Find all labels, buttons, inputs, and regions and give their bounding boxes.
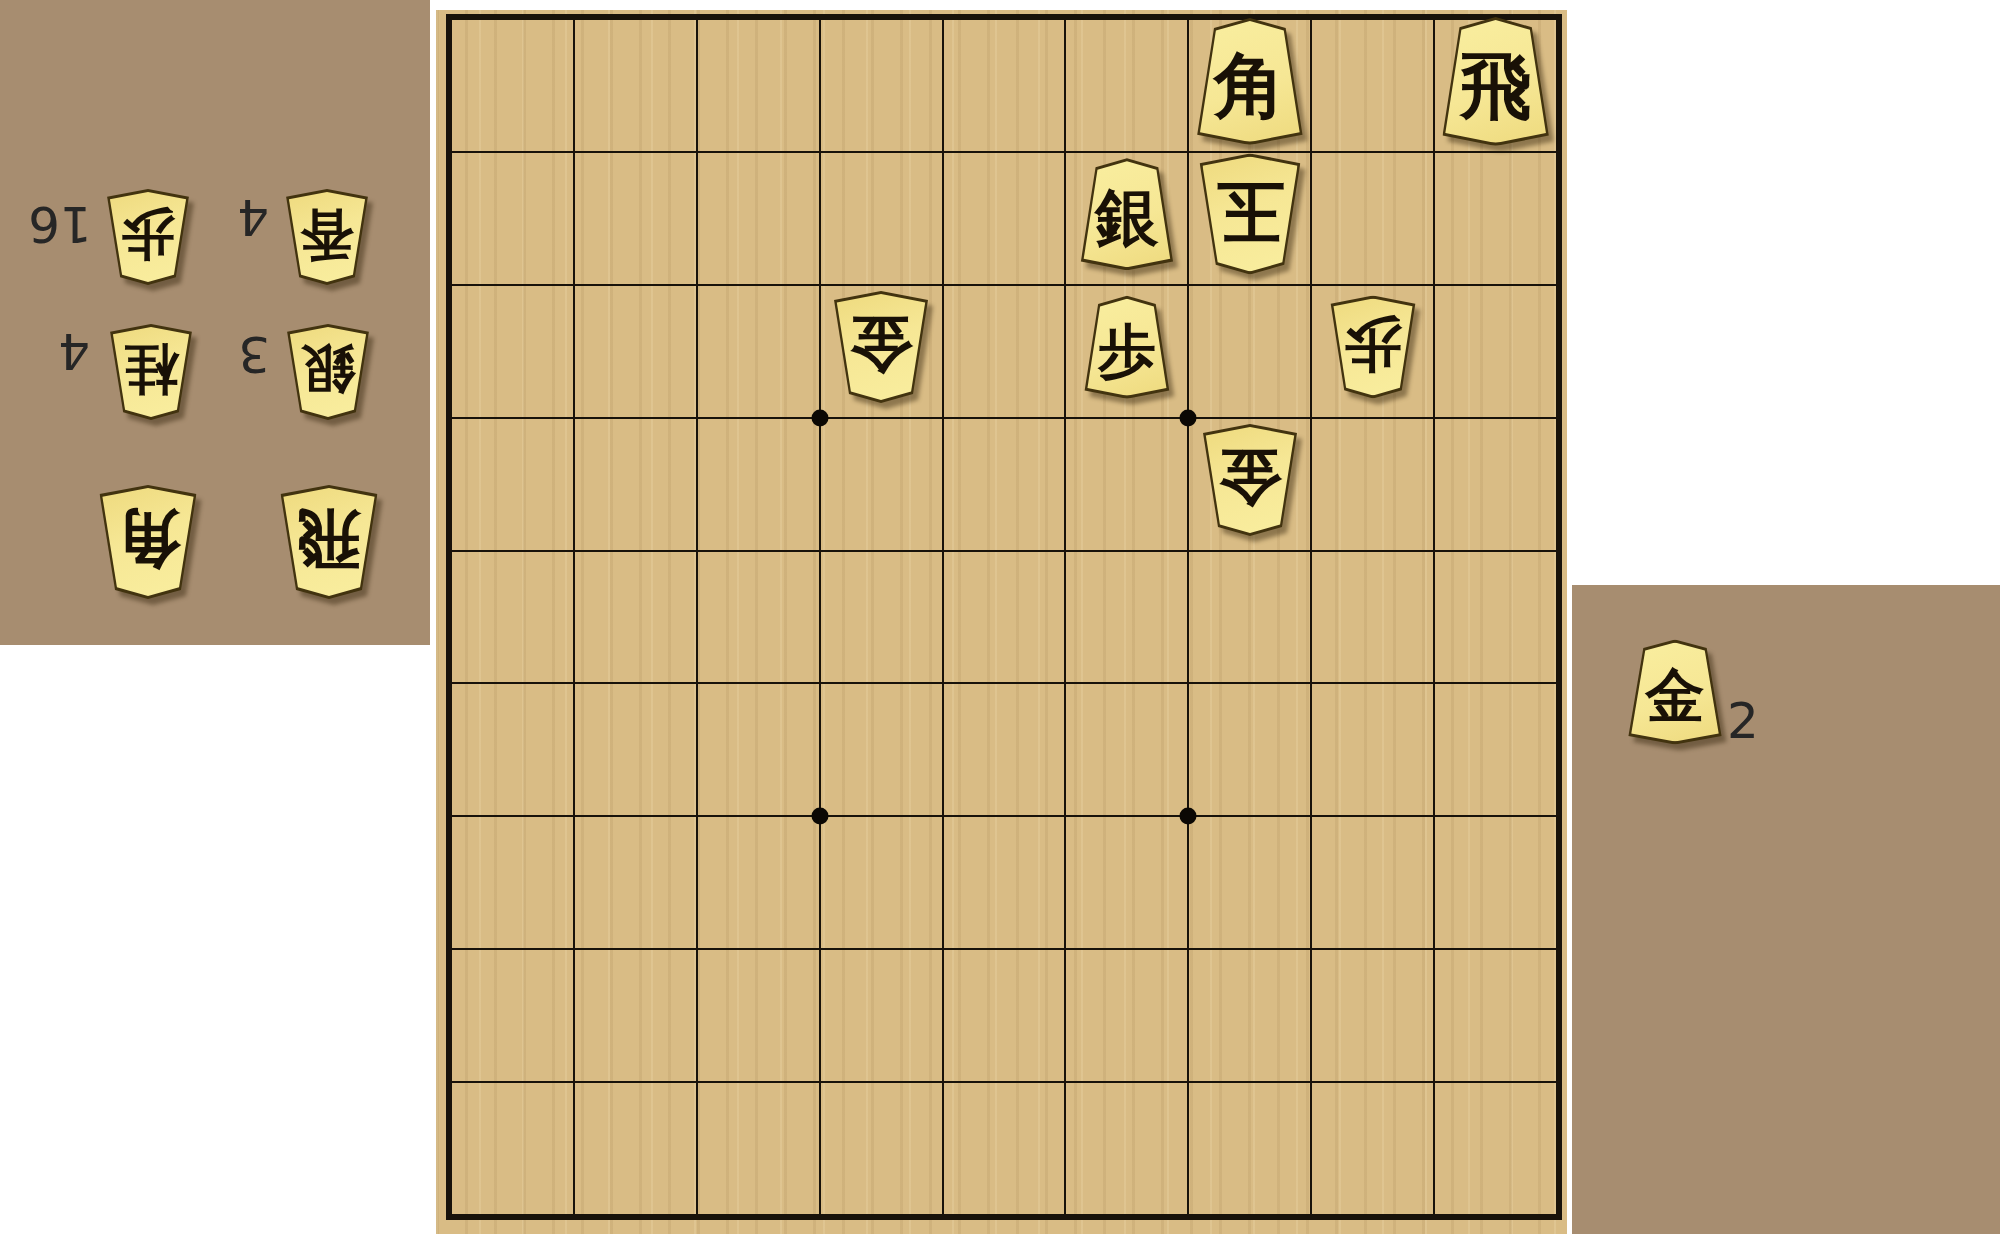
board-cell-24[interactable] [1311, 418, 1434, 551]
board-cell-26[interactable] [1311, 683, 1434, 816]
board-cell-22[interactable] [1311, 152, 1434, 285]
board-cell-39[interactable] [1188, 1082, 1311, 1215]
piece-face: 歩 [108, 192, 189, 282]
board-cell-21[interactable] [1311, 19, 1434, 152]
board-cell-91[interactable] [451, 19, 574, 152]
piece-kanji: 桂 [124, 342, 178, 402]
board-cell-36[interactable] [1188, 683, 1311, 816]
board-cell-33[interactable] [1188, 285, 1311, 418]
piece-hand-gote-lance[interactable]: 香 [284, 189, 371, 285]
piece-pawn-23-gote[interactable]: 歩 [1328, 296, 1418, 399]
piece-body: 金 [831, 291, 931, 403]
piece-gold-63-gote[interactable]: 金 [831, 291, 931, 403]
hoshi-dot [811, 808, 828, 825]
piece-body: 金 [1626, 640, 1725, 745]
hand-count-gote-lance: 4 [237, 192, 269, 242]
piece-body: 香 [284, 189, 371, 285]
piece-face: 角 [100, 488, 197, 596]
board-cell-57[interactable] [943, 816, 1066, 949]
piece-gold-34-gote[interactable]: 金 [1200, 424, 1300, 536]
board-cell-68[interactable] [820, 949, 943, 1082]
piece-kanji: 香 [300, 207, 354, 267]
board-cell-25[interactable] [1311, 551, 1434, 684]
board-cell-77[interactable] [697, 816, 820, 949]
piece-face: 歩 [1085, 299, 1169, 396]
board-cell-29[interactable] [1311, 1082, 1434, 1215]
board-cell-65[interactable] [820, 551, 943, 684]
board-cell-16[interactable] [1434, 683, 1557, 816]
piece-body: 金 [1200, 424, 1300, 536]
piece-kanji: 銀 [1095, 180, 1158, 249]
board-cell-96[interactable] [451, 683, 574, 816]
board-cell-71[interactable] [697, 19, 820, 152]
board-cell-99[interactable] [451, 1082, 574, 1215]
piece-body: 歩 [1328, 296, 1418, 399]
board-cell-54[interactable] [943, 418, 1066, 551]
board-cell-98[interactable] [451, 949, 574, 1082]
board-cell-85[interactable] [574, 551, 697, 684]
board-cell-72[interactable] [697, 152, 820, 285]
board-cell-74[interactable] [697, 418, 820, 551]
piece-hand-gote-knight[interactable]: 桂 [108, 324, 195, 420]
board-cell-67[interactable] [820, 816, 943, 949]
piece-rook-11-sente[interactable]: 飛 [1439, 17, 1552, 146]
piece-kanji: 角 [116, 507, 180, 578]
piece-face: 玉 [1199, 157, 1300, 272]
piece-face: 桂 [111, 327, 192, 417]
piece-kanji: 歩 [121, 207, 175, 267]
piece-kanji: 飛 [1460, 42, 1532, 121]
board-cell-19[interactable] [1434, 1082, 1557, 1215]
piece-kanji: 歩 [1098, 315, 1156, 379]
piece-kanji: 玉 [1216, 177, 1284, 252]
piece-silver-42-sente[interactable]: 銀 [1078, 158, 1176, 270]
piece-body: 銀 [285, 324, 372, 420]
board-cell-52[interactable] [943, 152, 1066, 285]
board-cell-49[interactable] [1065, 1082, 1188, 1215]
piece-hand-gote-rook[interactable]: 飛 [278, 485, 381, 599]
piece-kanji: 角 [1214, 42, 1285, 120]
piece-body: 玉 [1196, 154, 1303, 275]
piece-face: 金 [834, 294, 928, 400]
board-cell-69[interactable] [820, 1082, 943, 1215]
board-cell-79[interactable] [697, 1082, 820, 1215]
hand-count-gote-silver: 3 [238, 329, 270, 379]
board-cell-17[interactable] [1434, 816, 1557, 949]
board-cell-51[interactable] [943, 19, 1066, 152]
board-cell-75[interactable] [697, 551, 820, 684]
piece-body: 飛 [278, 485, 381, 599]
hand-count-gote-knight: 4 [58, 326, 90, 376]
piece-face: 飛 [281, 488, 378, 596]
board-cell-46[interactable] [1065, 683, 1188, 816]
board-cell-61[interactable] [820, 19, 943, 152]
piece-kanji: 銀 [301, 342, 355, 402]
piece-kanji: 金 [1646, 659, 1705, 725]
piece-king-32-gote[interactable]: 玉 [1196, 154, 1303, 275]
piece-body: 歩 [1082, 296, 1172, 399]
board-cell-56[interactable] [943, 683, 1066, 816]
hoshi-dot [811, 409, 828, 426]
board-cell-78[interactable] [697, 949, 820, 1082]
board-cell-88[interactable] [574, 949, 697, 1082]
board-cell-76[interactable] [697, 683, 820, 816]
board-cell-55[interactable] [943, 551, 1066, 684]
piece-kanji: 金 [850, 312, 913, 382]
piece-face: 金 [1203, 427, 1297, 533]
board-cell-38[interactable] [1188, 949, 1311, 1082]
board-cell-62[interactable] [820, 152, 943, 285]
board-cell-66[interactable] [820, 683, 943, 816]
board-cell-97[interactable] [451, 816, 574, 949]
hand-count-sente-gold: 2 [1727, 696, 1759, 746]
board-cell-45[interactable] [1065, 551, 1188, 684]
piece-face: 金 [1629, 643, 1722, 742]
board-cell-58[interactable] [943, 949, 1066, 1082]
piece-face: 飛 [1442, 20, 1549, 143]
piece-face: 銀 [288, 327, 369, 417]
board-cell-15[interactable] [1434, 551, 1557, 684]
piece-body: 桂 [108, 324, 195, 420]
board-cell-94[interactable] [451, 418, 574, 551]
piece-body: 角 [97, 485, 200, 599]
hoshi-dot [1180, 409, 1197, 426]
board-cell-82[interactable] [574, 152, 697, 285]
piece-kanji: 金 [1218, 445, 1281, 515]
board-cell-92[interactable] [451, 152, 574, 285]
board-cell-84[interactable] [574, 418, 697, 551]
board-cell-18[interactable] [1434, 949, 1557, 1082]
board-cell-64[interactable] [820, 418, 943, 551]
board-cell-47[interactable] [1065, 816, 1188, 949]
board-cell-28[interactable] [1311, 949, 1434, 1082]
board-cell-93[interactable] [451, 285, 574, 418]
board-cell-44[interactable] [1065, 418, 1188, 551]
board-cell-48[interactable] [1065, 949, 1188, 1082]
piece-hand-gote-silver[interactable]: 銀 [285, 324, 372, 420]
shogi-diagram: 飛角銀玉金歩歩金歩16香4桂4銀3角飛金2 [0, 0, 2000, 1234]
piece-body: 銀 [1078, 158, 1176, 270]
hand-count-gote-pawn: 16 [28, 199, 92, 249]
piece-pawn-43-sente[interactable]: 歩 [1082, 296, 1172, 399]
piece-face: 歩 [1331, 299, 1415, 396]
board-cell-12[interactable] [1434, 152, 1557, 285]
piece-hand-gote-pawn[interactable]: 歩 [105, 189, 192, 285]
board-cell-37[interactable] [1188, 816, 1311, 949]
board-cell-35[interactable] [1188, 551, 1311, 684]
piece-body: 歩 [105, 189, 192, 285]
board-cell-81[interactable] [574, 19, 697, 152]
piece-bishop-31-sente[interactable]: 角 [1194, 18, 1306, 145]
piece-face: 角 [1197, 21, 1303, 142]
board-cell-73[interactable] [697, 285, 820, 418]
board-cell-89[interactable] [574, 1082, 697, 1215]
board-cell-14[interactable] [1434, 418, 1557, 551]
piece-body: 飛 [1439, 17, 1552, 146]
board-cell-41[interactable] [1065, 19, 1188, 152]
board-cell-59[interactable] [943, 1082, 1066, 1215]
piece-kanji: 歩 [1344, 315, 1402, 379]
board-cell-83[interactable] [574, 285, 697, 418]
piece-face: 香 [287, 192, 368, 282]
board-cell-95[interactable] [451, 551, 574, 684]
board-cell-86[interactable] [574, 683, 697, 816]
board-grid [446, 14, 1562, 1220]
hoshi-dot [1180, 808, 1197, 825]
board-cell-13[interactable] [1434, 285, 1557, 418]
piece-hand-gote-bishop[interactable]: 角 [97, 485, 200, 599]
board-cell-53[interactable] [943, 285, 1066, 418]
piece-hand-sente-gold[interactable]: 金 [1626, 640, 1725, 745]
board-cell-27[interactable] [1311, 816, 1434, 949]
board-cell-87[interactable] [574, 816, 697, 949]
piece-body: 角 [1194, 18, 1306, 145]
piece-kanji: 飛 [297, 507, 361, 578]
piece-face: 銀 [1081, 161, 1173, 267]
